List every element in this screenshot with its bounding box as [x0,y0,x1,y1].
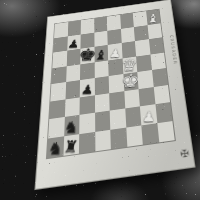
board-emblem-icon: ✠ [180,148,190,159]
square-e2 [110,108,126,129]
square-h3 [153,85,170,105]
square-e1 [110,127,127,149]
square-b2: ♞ [64,115,80,136]
square-g1 [141,123,158,145]
piece-black-rook: ♜ [63,139,80,155]
square-h1 [157,121,175,143]
square-b1: ♜ [63,134,79,156]
square-g2: ♟ [140,104,157,125]
square-d2 [95,111,111,132]
piece-black-knight: ♞ [63,119,81,135]
square-b3 [64,97,79,117]
brand-text: CRUSADER [169,35,179,65]
square-d3 [94,93,109,113]
square-c1 [79,132,95,154]
square-c2 [79,113,95,134]
photo: ♝♟♚♝♟♛♟♚♞♟♞♜ CRUSADER ✠ [0,0,200,200]
square-h2 [155,102,172,123]
square-d1 [95,129,111,151]
square-f3 [124,89,140,109]
square-f1 [126,125,143,147]
square-f2 [125,106,142,127]
chess-board: ♝♟♚♝♟♛♟♚♞♟♞♜ CRUSADER ✠ [34,0,195,190]
square-c3 [79,95,94,115]
square-g3 [139,87,155,107]
square-e3 [109,91,125,111]
piece-white-pawn: ♟ [141,110,155,124]
board-grid: ♝♟♚♝♟♛♟♚♞♟♞♜ [47,9,175,158]
